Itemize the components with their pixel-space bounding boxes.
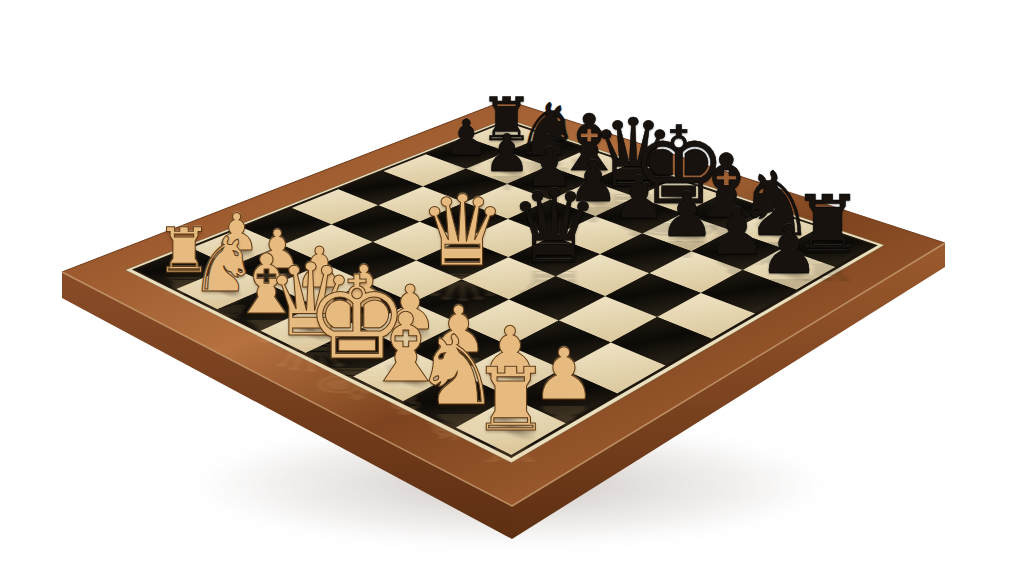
product-photo-scene: ♜♜♞♞♝♝♛♛♚♚♝♝♞♞♜♜♟♟♟♟♟♟♟♟♟♟♟♟♟♟♟♟♛♛♛♛♟♟♟♟… [0,0,1024,576]
chess-board [0,0,1024,576]
